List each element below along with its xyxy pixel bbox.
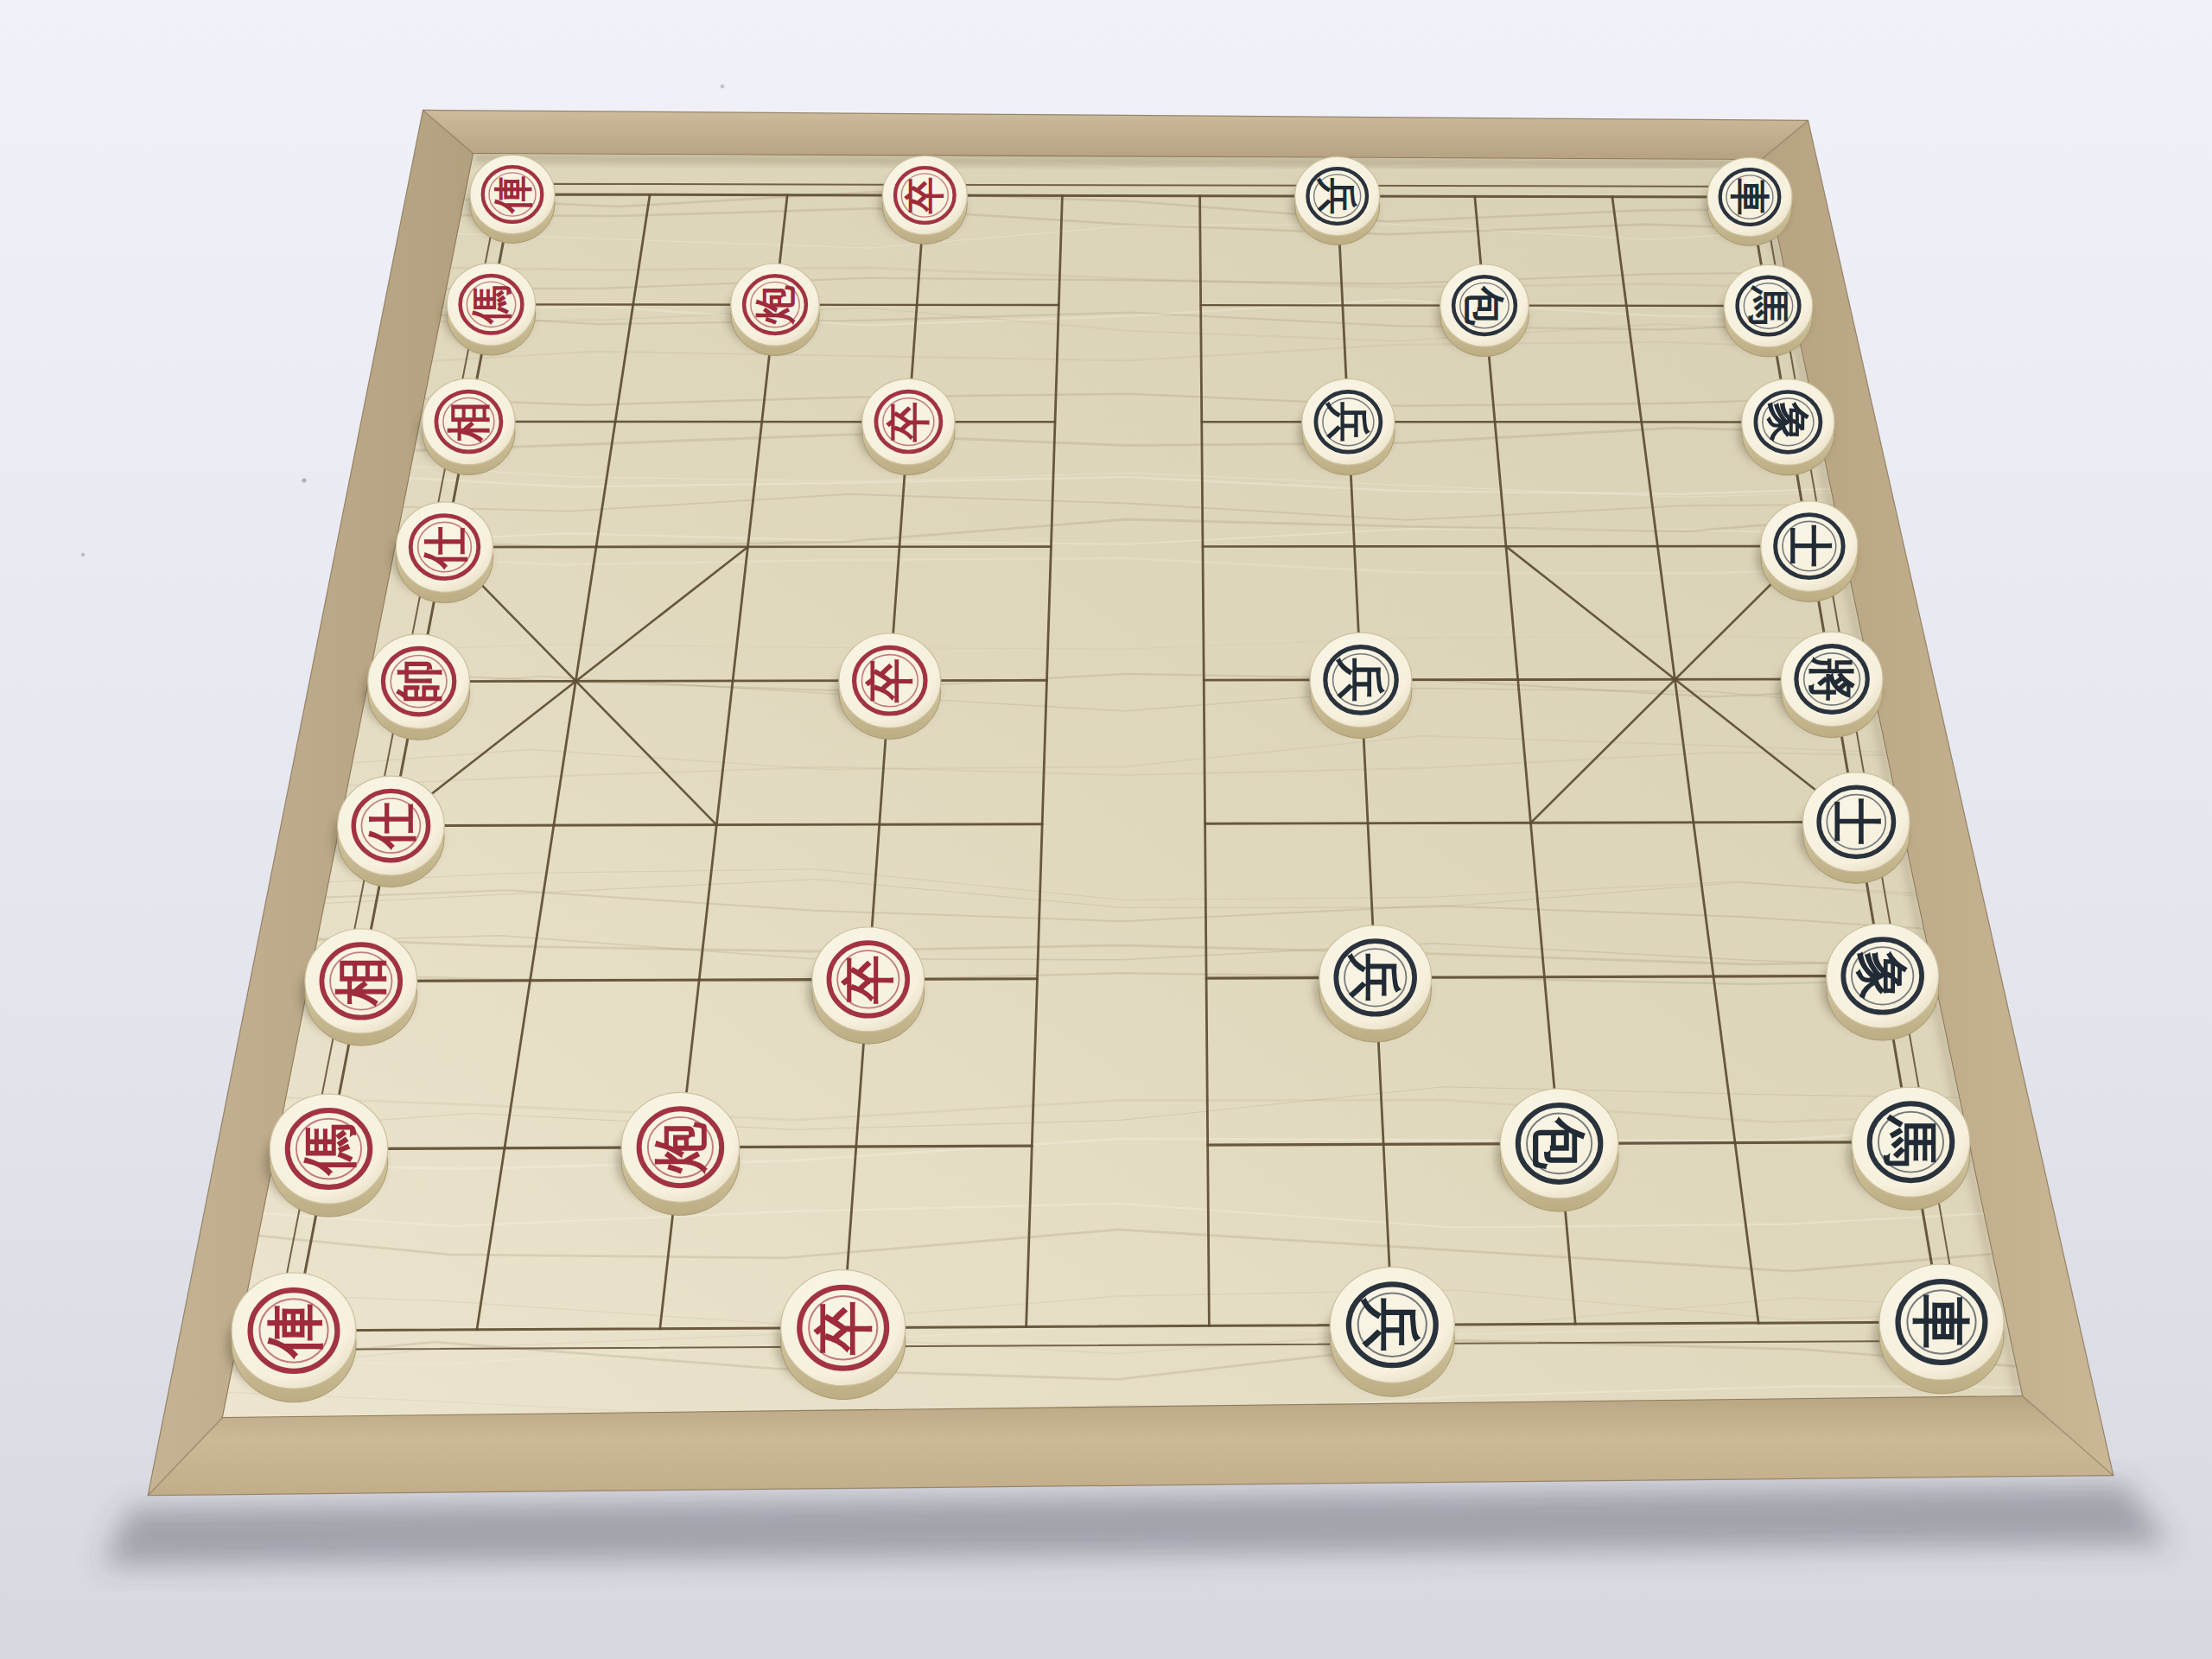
piece-character: 傌 (467, 285, 516, 326)
piece-character: 士 (1783, 524, 1835, 568)
piece-character: 士 (1827, 798, 1885, 845)
piece-character: 車 (1727, 178, 1773, 216)
piece-character: 將 (1803, 656, 1859, 701)
piece-character: 傌 (296, 1123, 362, 1177)
piece-character: 卒 (809, 1300, 877, 1356)
piece-character: 卒 (861, 658, 918, 702)
piece-character: 兵 (1314, 177, 1360, 215)
piece-character: 象 (1852, 950, 1913, 1001)
piece-character: 包 (1460, 284, 1509, 325)
piece-character: 包 (1527, 1116, 1592, 1170)
piece-character: 馬 (1878, 1114, 1944, 1168)
piece-character: 卒 (883, 402, 933, 442)
piece-character: 炮 (648, 1121, 714, 1175)
piece-character: 相 (443, 402, 493, 444)
piece-character: 兵 (1358, 1297, 1427, 1352)
piece-character: 俥 (490, 176, 536, 215)
xiangqi-board-photo: 俥卒兵車傌炮包馬相卒兵象仕士帥卒兵將仕士相卒兵象傌炮包馬俥卒兵車 (0, 0, 2212, 1659)
piece-character: 帥 (391, 659, 447, 703)
dust-speck (81, 553, 85, 556)
piece-character: 象 (1763, 401, 1813, 442)
piece-character: 俥 (260, 1304, 328, 1361)
piece-character: 兵 (1323, 401, 1373, 442)
piece-character: 仕 (418, 526, 471, 570)
piece-character: 炮 (751, 285, 799, 326)
piece-character: 兵 (1344, 952, 1406, 1002)
piece-character: 仕 (362, 803, 420, 851)
piece-character: 兵 (1332, 657, 1389, 702)
dust-speck (302, 478, 306, 482)
piece-character: 馬 (1745, 285, 1793, 326)
dust-speck (721, 85, 725, 89)
piece-character: 相 (330, 957, 391, 1007)
piece-character: 卒 (902, 177, 948, 215)
piece-character: 卒 (837, 955, 899, 1005)
piece-character: 車 (1908, 1294, 1976, 1350)
